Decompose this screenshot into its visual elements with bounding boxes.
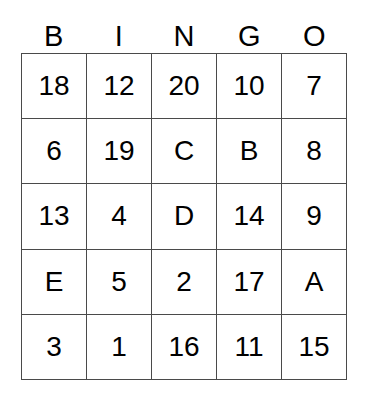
bingo-cell[interactable]: 3 bbox=[22, 315, 86, 379]
bingo-cell[interactable]: 6 bbox=[22, 119, 86, 183]
bingo-cell[interactable]: 2 bbox=[152, 250, 216, 314]
bingo-cell[interactable]: 18 bbox=[22, 54, 86, 118]
bingo-cell[interactable]: 9 bbox=[282, 184, 346, 248]
bingo-cell[interactable]: 16 bbox=[152, 315, 216, 379]
bingo-cell[interactable]: 20 bbox=[152, 54, 216, 118]
bingo-cell[interactable]: 19 bbox=[87, 119, 151, 183]
bingo-cell[interactable]: 12 bbox=[87, 54, 151, 118]
bingo-header-row: B I N G O bbox=[21, 21, 347, 52]
header-letter-o: O bbox=[282, 21, 347, 52]
header-letter-n: N bbox=[151, 21, 216, 52]
bingo-cell[interactable]: 11 bbox=[217, 315, 281, 379]
bingo-cell[interactable]: A bbox=[282, 250, 346, 314]
header-letter-i: I bbox=[86, 21, 151, 52]
bingo-card: B I N G O 181220107619CB8134D149E5217A31… bbox=[0, 0, 368, 400]
bingo-cell[interactable]: 4 bbox=[87, 184, 151, 248]
header-letter-g: G bbox=[217, 21, 282, 52]
bingo-cell[interactable]: 8 bbox=[282, 119, 346, 183]
header-letter-b: B bbox=[21, 21, 86, 52]
bingo-cell[interactable]: C bbox=[152, 119, 216, 183]
bingo-cell[interactable]: 7 bbox=[282, 54, 346, 118]
bingo-cell[interactable]: 5 bbox=[87, 250, 151, 314]
bingo-grid: 181220107619CB8134D149E5217A31161115 bbox=[21, 53, 347, 380]
bingo-cell[interactable]: B bbox=[217, 119, 281, 183]
bingo-cell[interactable]: E bbox=[22, 250, 86, 314]
bingo-cell[interactable]: 15 bbox=[282, 315, 346, 379]
bingo-cell[interactable]: D bbox=[152, 184, 216, 248]
bingo-cell[interactable]: 10 bbox=[217, 54, 281, 118]
bingo-cell[interactable]: 13 bbox=[22, 184, 86, 248]
bingo-cell[interactable]: 14 bbox=[217, 184, 281, 248]
bingo-cell[interactable]: 17 bbox=[217, 250, 281, 314]
bingo-cell[interactable]: 1 bbox=[87, 315, 151, 379]
